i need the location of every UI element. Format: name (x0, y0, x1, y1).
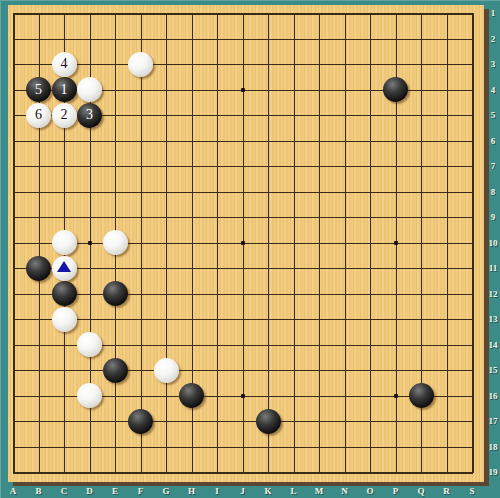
stone-white-B5[interactable]: 6 (26, 103, 51, 128)
grid-line (141, 13, 142, 473)
column-label-R: R (439, 486, 455, 496)
grid-line (268, 13, 269, 473)
column-label-C: C (56, 486, 72, 496)
stone-black-D5[interactable]: 3 (77, 103, 102, 128)
stone-black-C4[interactable]: 1 (52, 77, 77, 102)
row-label-5: 5 (485, 110, 500, 120)
stone-white-D14[interactable] (77, 332, 102, 357)
column-label-Q: Q (413, 486, 429, 496)
row-label-15: 15 (485, 365, 500, 375)
grid-line (319, 13, 320, 473)
stone-black-B4[interactable]: 5 (26, 77, 51, 102)
column-label-I: I (209, 486, 225, 496)
stone-white-C3[interactable]: 4 (52, 52, 77, 77)
star-point (241, 394, 245, 398)
stone-white-F3[interactable] (128, 52, 153, 77)
star-point (88, 241, 92, 245)
column-label-P: P (388, 486, 404, 496)
star-point (241, 88, 245, 92)
stone-white-D16[interactable] (77, 383, 102, 408)
row-label-10: 10 (485, 238, 500, 248)
stone-black-K17[interactable] (256, 409, 281, 434)
stone-white-D4[interactable] (77, 77, 102, 102)
row-label-4: 4 (485, 85, 500, 95)
stone-white-C11[interactable] (52, 256, 77, 281)
stone-black-B11[interactable] (26, 256, 51, 281)
row-label-13: 13 (485, 314, 500, 324)
column-label-N: N (337, 486, 353, 496)
triangle-marker (57, 261, 71, 272)
grid-line (217, 13, 218, 473)
row-label-1: 1 (485, 8, 500, 18)
row-label-12: 12 (485, 289, 500, 299)
stone-white-C5[interactable]: 2 (52, 103, 77, 128)
row-label-9: 9 (485, 212, 500, 222)
row-label-11: 11 (485, 263, 500, 273)
column-label-A: A (5, 486, 21, 496)
column-label-F: F (133, 486, 149, 496)
row-label-17: 17 (485, 416, 500, 426)
stone-white-C10[interactable] (52, 230, 77, 255)
column-label-E: E (107, 486, 123, 496)
grid-line (345, 13, 346, 473)
row-label-16: 16 (485, 391, 500, 401)
row-label-3: 3 (485, 59, 500, 69)
row-label-14: 14 (485, 340, 500, 350)
column-label-B: B (31, 486, 47, 496)
row-label-2: 2 (485, 34, 500, 44)
move-number: 3 (86, 108, 93, 122)
stone-white-G15[interactable] (154, 358, 179, 383)
column-label-G: G (158, 486, 174, 496)
stone-black-Q16[interactable] (409, 383, 434, 408)
stone-black-H16[interactable] (179, 383, 204, 408)
grid-line (472, 13, 474, 473)
column-label-O: O (362, 486, 378, 496)
row-label-18: 18 (485, 442, 500, 452)
column-label-K: K (260, 486, 276, 496)
star-point (394, 241, 398, 245)
stone-white-E10[interactable] (103, 230, 128, 255)
stone-black-E12[interactable] (103, 281, 128, 306)
row-label-6: 6 (485, 136, 500, 146)
grid-line (447, 13, 448, 473)
stone-black-C12[interactable] (52, 281, 77, 306)
column-label-J: J (235, 486, 251, 496)
column-label-S: S (464, 486, 480, 496)
grid-line (370, 13, 371, 473)
grid-line (294, 13, 295, 473)
grid-line (166, 13, 167, 473)
row-label-19: 19 (485, 467, 500, 477)
star-point (241, 241, 245, 245)
stone-white-C13[interactable] (52, 307, 77, 332)
stone-black-F17[interactable] (128, 409, 153, 434)
star-point (394, 394, 398, 398)
move-number: 5 (35, 83, 42, 97)
move-number: 4 (61, 57, 68, 71)
column-label-L: L (286, 486, 302, 496)
column-label-M: M (311, 486, 327, 496)
stone-black-P4[interactable] (383, 77, 408, 102)
column-label-D: D (82, 486, 98, 496)
move-number: 2 (61, 108, 68, 122)
go-diagram: 153462 12345678910111213141516171819ABCD… (0, 0, 500, 498)
move-number: 6 (35, 108, 42, 122)
move-number: 1 (61, 83, 68, 97)
row-label-7: 7 (485, 161, 500, 171)
column-label-H: H (184, 486, 200, 496)
grid-line (13, 13, 15, 473)
row-label-8: 8 (485, 187, 500, 197)
stone-black-E15[interactable] (103, 358, 128, 383)
go-board[interactable]: 153462 (8, 5, 484, 482)
